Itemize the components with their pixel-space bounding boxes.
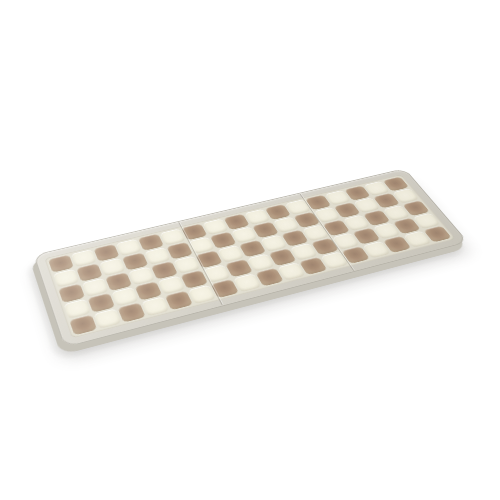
checkerboard <box>44 174 455 338</box>
board-square-r5c2 <box>94 308 122 328</box>
board-square-r5c1 <box>69 315 97 336</box>
checkerboard-mat <box>33 168 468 347</box>
board-square-r5c4 <box>141 296 169 316</box>
product-photo[interactable] <box>0 0 500 500</box>
board-square-r5c3 <box>118 302 146 322</box>
